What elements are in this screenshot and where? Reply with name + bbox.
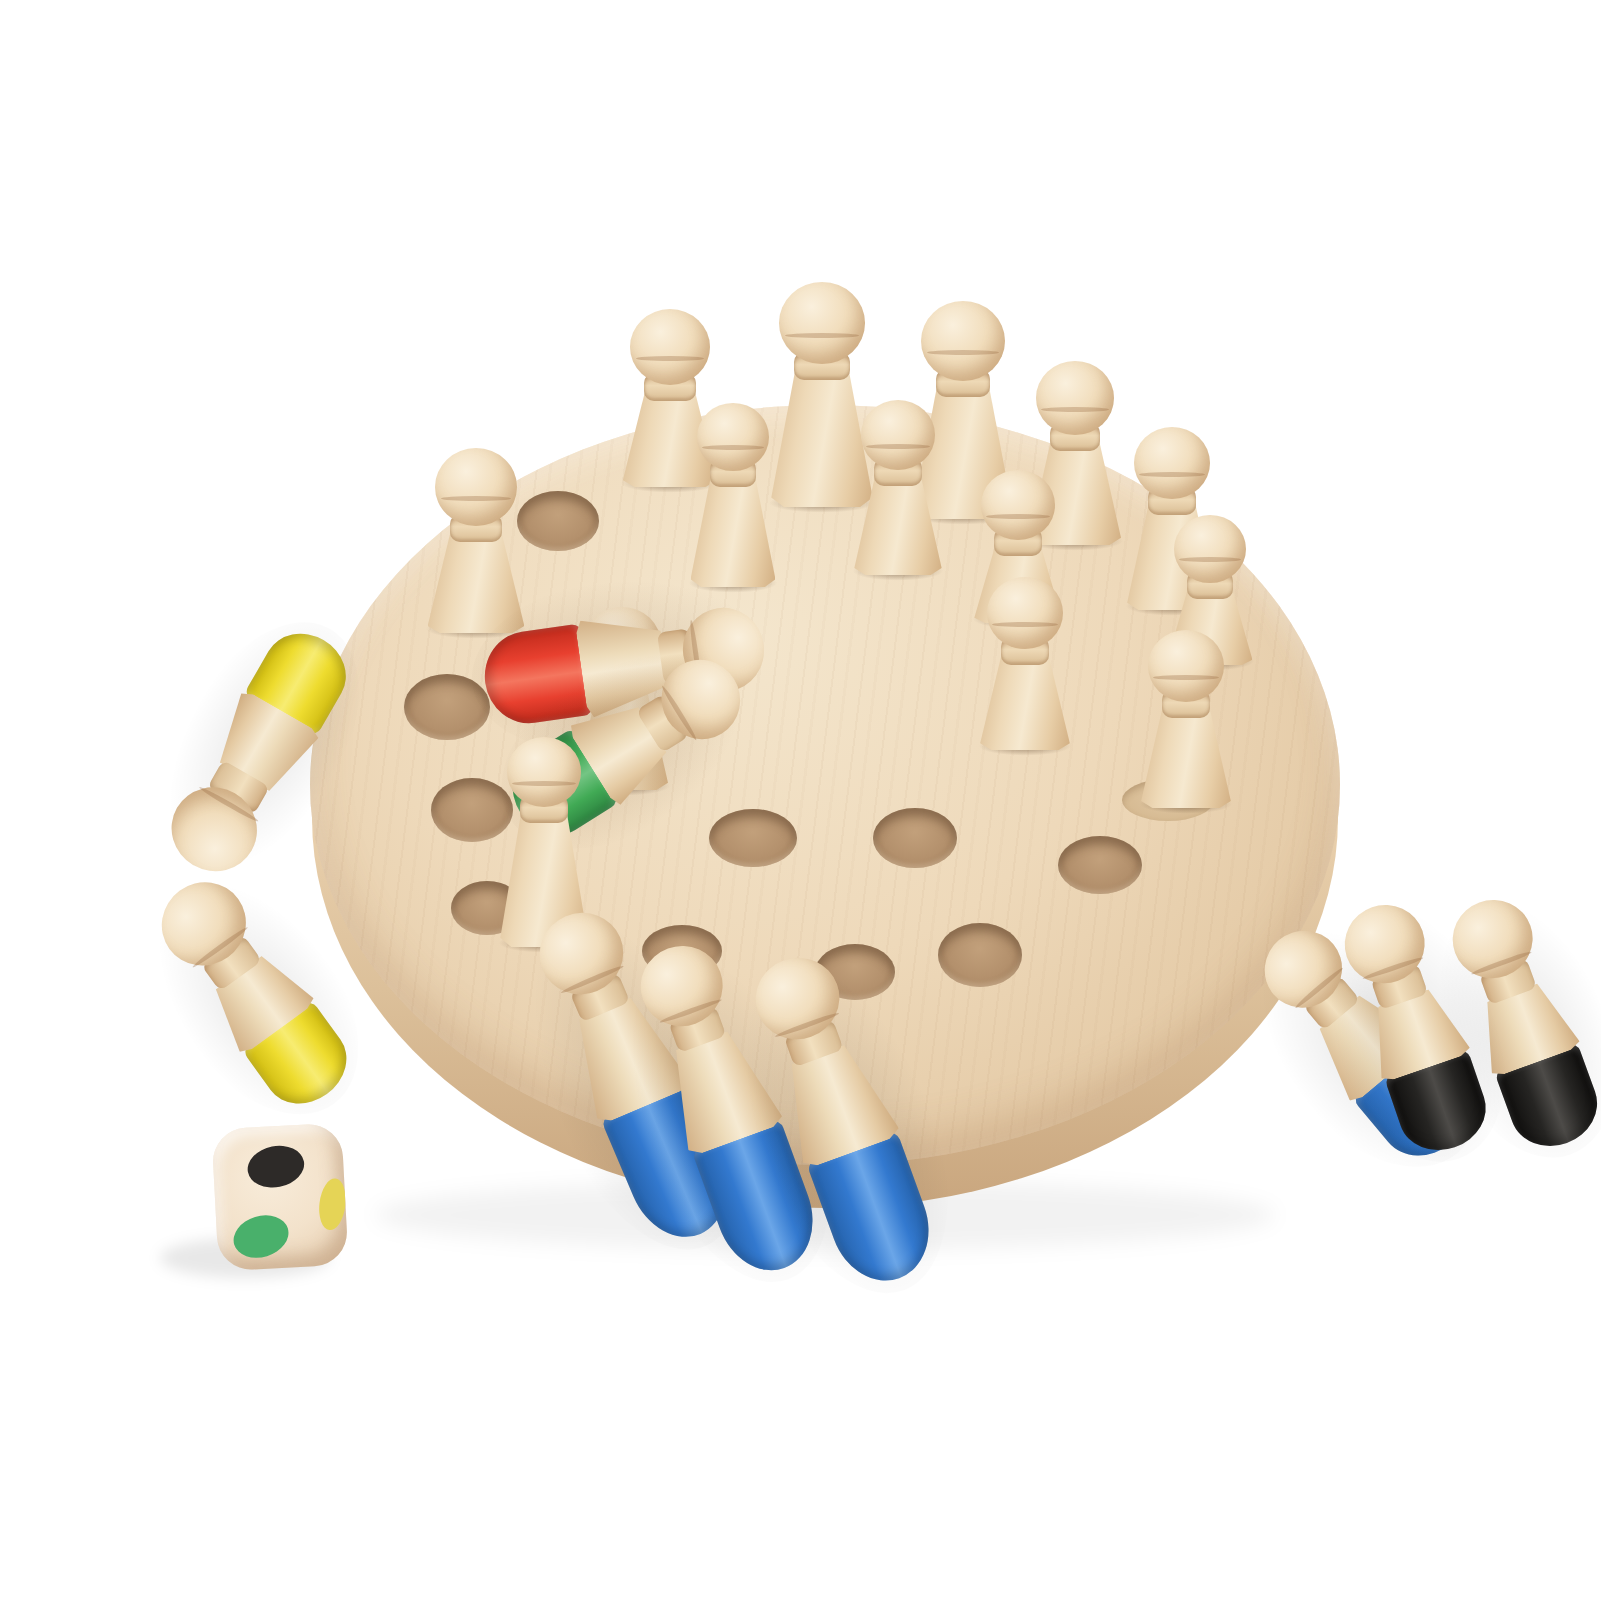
die-dot-black (244, 1141, 308, 1192)
peg-hole-5[interactable] (709, 809, 797, 867)
peg-head (697, 403, 769, 471)
peg-head (981, 470, 1055, 540)
peg-head (1134, 427, 1210, 499)
standing-peg-back-left[interactable] (428, 448, 525, 633)
peg-head (987, 577, 1063, 649)
peg-head (779, 282, 865, 364)
peg-head-groove (1139, 472, 1204, 477)
peg-head-groove (1153, 675, 1218, 680)
peg-head-groove (866, 444, 930, 449)
peg-head (1036, 361, 1114, 435)
standing-peg-right-mid-2[interactable] (980, 577, 1070, 750)
peg-cone (980, 655, 1070, 750)
peg-head (507, 737, 581, 807)
peg-head-groove (785, 333, 859, 338)
standing-peg-right-front[interactable] (1141, 630, 1231, 808)
color-die[interactable] (211, 1123, 348, 1272)
peg-head-groove (1041, 407, 1108, 412)
peg-cone (691, 477, 776, 587)
peg-head-groove (992, 622, 1057, 627)
peg-head-groove (512, 781, 576, 786)
peg-hole-6[interactable] (873, 808, 957, 868)
die-dot-yellow (316, 1177, 348, 1232)
peg-head (435, 448, 517, 526)
peg-hole-9[interactable] (938, 923, 1022, 987)
standing-peg-mid-right[interactable] (854, 400, 941, 575)
standing-peg-mid-left[interactable] (691, 403, 776, 587)
peg-head-groove (986, 514, 1050, 519)
peg-cone (854, 476, 941, 575)
peg-head (630, 309, 710, 385)
die-dot-green (228, 1209, 294, 1265)
peg-hole-10[interactable] (1058, 836, 1142, 894)
peg-cone (1141, 708, 1231, 808)
peg-head (921, 301, 1005, 381)
peg-hole-1[interactable] (517, 491, 599, 551)
peg-head (1174, 515, 1246, 583)
peg-head (861, 400, 935, 470)
peg-head (1148, 630, 1224, 702)
memory-chess-product-photo (0, 0, 1601, 1601)
